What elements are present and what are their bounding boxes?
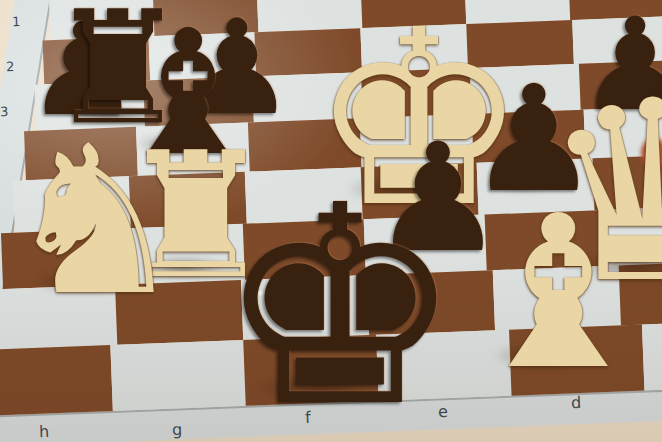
- square-h8[interactable]: [0, 345, 113, 416]
- chessboard-photo: ♟♜♝♟♟♟♟♚♚♜♞♛♝hgfed123: [0, 0, 662, 442]
- white-bishop-d8[interactable]: ♝: [453, 188, 662, 399]
- black-king-f8[interactable]: ♚: [203, 170, 478, 442]
- white-knight-h6[interactable]: ♞: [0, 119, 198, 324]
